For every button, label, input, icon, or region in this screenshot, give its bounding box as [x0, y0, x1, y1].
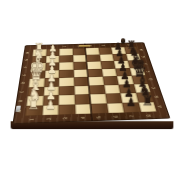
- coord-rank-back-5: 5: [89, 45, 93, 46]
- coord-rank-front-5: 5: [97, 116, 103, 118]
- coord-rank-front-4: 4: [81, 117, 86, 119]
- coord-rank-front-2: 2: [47, 118, 52, 120]
- coord-rank-back-4: 4: [77, 45, 81, 46]
- square-a5[interactable]: [91, 103, 108, 114]
- coord-rank-front-8: 8: [147, 114, 153, 116]
- square-b5[interactable]: [90, 94, 107, 104]
- photo-stage: 1122334455667788HHGGFFEEDDCCBBAA♜♞♝♛♚♝♞♜…: [0, 0, 177, 177]
- coord-rank-front-6: 6: [114, 116, 120, 118]
- coord-rank-front-7: 7: [130, 115, 136, 117]
- black-pawn-glyph: ♟: [120, 96, 142, 108]
- chess-board: 1122334455667788HHGGFFEEDDCCBBAA♜♞♝♛♚♝♞♜…: [12, 42, 170, 124]
- coord-rank-back-3: 3: [64, 46, 68, 47]
- coord-rank-back-6: 6: [102, 45, 106, 46]
- box-front-edge-face: [11, 121, 174, 129]
- white-rook-glyph: ♜: [23, 98, 46, 112]
- coord-file-right-A: A: [158, 105, 164, 107]
- coord-rank-front-3: 3: [64, 117, 69, 119]
